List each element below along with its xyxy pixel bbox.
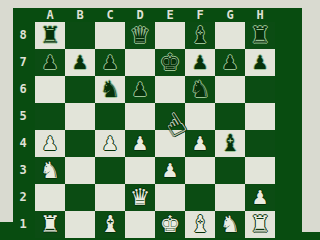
square-a3[interactable]: ♞ bbox=[35, 157, 65, 184]
square-d7[interactable] bbox=[125, 49, 155, 76]
square-d4[interactable]: ♟ bbox=[125, 130, 155, 157]
square-g3[interactable] bbox=[215, 157, 245, 184]
white-rook: ♜ bbox=[40, 211, 61, 238]
screen-border-left bbox=[0, 8, 13, 222]
black-pawn: ♟ bbox=[221, 49, 238, 76]
square-h5[interactable] bbox=[245, 103, 275, 130]
square-d8[interactable]: ♛ bbox=[125, 22, 155, 49]
file-label-e: E bbox=[155, 8, 185, 22]
square-c1[interactable]: ♝ bbox=[95, 211, 125, 238]
square-g5[interactable] bbox=[215, 103, 245, 130]
file-label-a: A bbox=[35, 8, 65, 22]
square-a6[interactable] bbox=[35, 76, 65, 103]
square-e7[interactable]: ♚ bbox=[155, 49, 185, 76]
square-f2[interactable] bbox=[185, 184, 215, 211]
black-pawn: ♟ bbox=[251, 49, 268, 76]
square-h2[interactable]: ♟ bbox=[245, 184, 275, 211]
black-queen: ♛ bbox=[130, 22, 151, 49]
square-h8[interactable]: ♜ bbox=[245, 22, 275, 49]
square-c6[interactable]: ♞ bbox=[95, 76, 125, 103]
gameboy-chess-screen: ABCDEFGH 87654321 ♜♛♝♜♟♟♟♚♟♟♟♞♟♞♟♟♟♟♝♞♟♛… bbox=[0, 0, 320, 240]
chess-board: ♜♛♝♜♟♟♟♚♟♟♟♞♟♞♟♟♟♟♝♞♟♛♟♜♝♚♝♞♜ bbox=[35, 22, 275, 238]
square-d1[interactable] bbox=[125, 211, 155, 238]
square-h3[interactable] bbox=[245, 157, 275, 184]
square-g6[interactable] bbox=[215, 76, 245, 103]
square-c2[interactable] bbox=[95, 184, 125, 211]
square-e3[interactable]: ♟ bbox=[155, 157, 185, 184]
square-b5[interactable] bbox=[65, 103, 95, 130]
white-pawn: ♟ bbox=[251, 184, 268, 211]
square-b3[interactable] bbox=[65, 157, 95, 184]
white-rook: ♜ bbox=[250, 211, 271, 238]
square-f5[interactable] bbox=[185, 103, 215, 130]
file-label-b: B bbox=[65, 8, 95, 22]
square-c4[interactable]: ♟ bbox=[95, 130, 125, 157]
square-f8[interactable]: ♝ bbox=[185, 22, 215, 49]
square-b4[interactable] bbox=[65, 130, 95, 157]
black-bishop: ♝ bbox=[220, 130, 241, 157]
rank-label-3: 3 bbox=[13, 157, 33, 184]
square-e1[interactable]: ♚ bbox=[155, 211, 185, 238]
square-h1[interactable]: ♜ bbox=[245, 211, 275, 238]
square-d5[interactable] bbox=[125, 103, 155, 130]
square-b2[interactable] bbox=[65, 184, 95, 211]
square-f7[interactable]: ♟ bbox=[185, 49, 215, 76]
white-bishop: ♝ bbox=[190, 211, 211, 238]
square-c8[interactable] bbox=[95, 22, 125, 49]
black-king: ♚ bbox=[160, 49, 181, 76]
square-f3[interactable] bbox=[185, 157, 215, 184]
file-label-f: F bbox=[185, 8, 215, 22]
square-b8[interactable] bbox=[65, 22, 95, 49]
square-b1[interactable] bbox=[65, 211, 95, 238]
file-label-c: C bbox=[95, 8, 125, 22]
square-g2[interactable] bbox=[215, 184, 245, 211]
white-knight: ♞ bbox=[40, 157, 61, 184]
square-a5[interactable] bbox=[35, 103, 65, 130]
square-b6[interactable] bbox=[65, 76, 95, 103]
screen-border-top bbox=[0, 0, 320, 8]
white-pawn: ♟ bbox=[41, 130, 58, 157]
white-bishop: ♝ bbox=[100, 211, 121, 238]
square-c3[interactable] bbox=[95, 157, 125, 184]
black-pawn: ♟ bbox=[101, 49, 118, 76]
square-c7[interactable]: ♟ bbox=[95, 49, 125, 76]
square-e8[interactable] bbox=[155, 22, 185, 49]
square-a4[interactable]: ♟ bbox=[35, 130, 65, 157]
rank-label-4: 4 bbox=[13, 130, 33, 157]
square-g8[interactable] bbox=[215, 22, 245, 49]
white-pawn: ♟ bbox=[101, 130, 118, 157]
white-queen: ♛ bbox=[130, 184, 151, 211]
rank-label-5: 5 bbox=[13, 103, 33, 130]
file-label-d: D bbox=[125, 8, 155, 22]
square-f1[interactable]: ♝ bbox=[185, 211, 215, 238]
rank-label-6: 6 bbox=[13, 76, 33, 103]
square-f6[interactable]: ♞ bbox=[185, 76, 215, 103]
rank-label-7: 7 bbox=[13, 49, 33, 76]
rank-label-8: 8 bbox=[13, 22, 33, 49]
square-d3[interactable] bbox=[125, 157, 155, 184]
square-a1[interactable]: ♜ bbox=[35, 211, 65, 238]
square-g7[interactable]: ♟ bbox=[215, 49, 245, 76]
black-pawn: ♟ bbox=[191, 49, 208, 76]
square-g1[interactable]: ♞ bbox=[215, 211, 245, 238]
square-h7[interactable]: ♟ bbox=[245, 49, 275, 76]
square-c5[interactable] bbox=[95, 103, 125, 130]
rank-label-1: 1 bbox=[13, 211, 33, 238]
rank-label-2: 2 bbox=[13, 184, 33, 211]
white-knight: ♞ bbox=[220, 211, 241, 238]
square-h6[interactable] bbox=[245, 76, 275, 103]
black-bishop: ♝ bbox=[190, 22, 211, 49]
white-pawn: ♟ bbox=[191, 130, 208, 157]
black-pawn: ♟ bbox=[71, 49, 88, 76]
black-knight: ♞ bbox=[190, 76, 211, 103]
white-pawn: ♟ bbox=[131, 130, 148, 157]
square-a7[interactable]: ♟ bbox=[35, 49, 65, 76]
screen-border-right bbox=[302, 8, 320, 232]
white-king: ♚ bbox=[160, 211, 181, 238]
square-g4[interactable]: ♝ bbox=[215, 130, 245, 157]
black-rook: ♜ bbox=[40, 22, 61, 49]
file-label-h: H bbox=[245, 8, 275, 22]
black-rook: ♜ bbox=[250, 22, 271, 49]
square-d6[interactable]: ♟ bbox=[125, 76, 155, 103]
black-pawn: ♟ bbox=[41, 49, 58, 76]
square-d2[interactable]: ♛ bbox=[125, 184, 155, 211]
square-e2[interactable] bbox=[155, 184, 185, 211]
square-b7[interactable]: ♟ bbox=[65, 49, 95, 76]
black-knight: ♞ bbox=[100, 76, 121, 103]
square-a8[interactable]: ♜ bbox=[35, 22, 65, 49]
white-pawn: ♟ bbox=[161, 157, 178, 184]
square-a2[interactable] bbox=[35, 184, 65, 211]
square-h4[interactable] bbox=[245, 130, 275, 157]
black-pawn: ♟ bbox=[131, 76, 148, 103]
file-label-g: G bbox=[215, 8, 245, 22]
square-e6[interactable] bbox=[155, 76, 185, 103]
